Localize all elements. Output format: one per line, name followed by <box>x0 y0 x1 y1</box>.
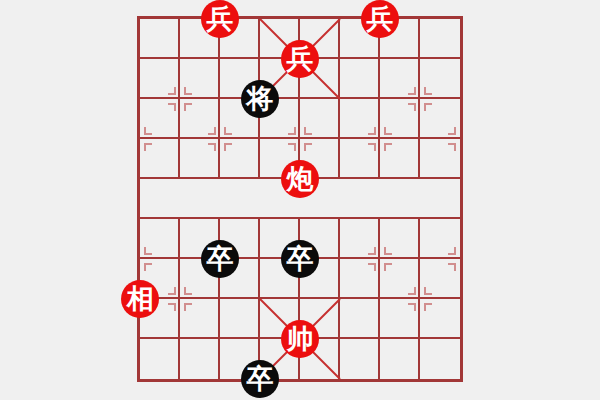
black-soldier-piece[interactable]: 卒 <box>241 360 279 398</box>
xiangqi-board: 兵兵兵将炮卒卒相帅卒 <box>137 16 463 382</box>
black-soldier-piece[interactable]: 卒 <box>281 240 319 278</box>
pieces-layer: 兵兵兵将炮卒卒相帅卒 <box>140 19 460 379</box>
xiangqi-screenshot: 兵兵兵将炮卒卒相帅卒 <box>0 0 600 400</box>
black-soldier-piece[interactable]: 卒 <box>201 240 239 278</box>
red-soldier-piece[interactable]: 兵 <box>361 0 399 38</box>
red-soldier-piece[interactable]: 兵 <box>201 0 239 38</box>
red-cannon-piece[interactable]: 炮 <box>281 160 319 198</box>
red-elephant-piece[interactable]: 相 <box>121 280 159 318</box>
red-general-piece[interactable]: 帅 <box>281 320 319 358</box>
black-general-piece[interactable]: 将 <box>241 80 279 118</box>
red-soldier-piece[interactable]: 兵 <box>281 40 319 78</box>
